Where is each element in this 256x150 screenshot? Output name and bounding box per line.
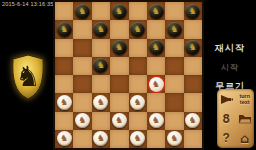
board-square[interactable]: ♞ bbox=[147, 2, 165, 20]
board-square[interactable] bbox=[147, 93, 165, 111]
board-square[interactable]: ♞ bbox=[184, 2, 202, 20]
checker-white[interactable]: ♞ bbox=[130, 131, 145, 146]
checker-white[interactable]: ♞ bbox=[130, 95, 145, 110]
board-square[interactable]: ♞ bbox=[129, 93, 147, 111]
board-square[interactable] bbox=[73, 75, 91, 93]
board-square[interactable] bbox=[73, 130, 91, 148]
board-square[interactable] bbox=[147, 130, 165, 148]
checker-white[interactable]: ♞ bbox=[57, 131, 72, 146]
board-square[interactable]: ♞ bbox=[110, 112, 128, 130]
board-square[interactable]: ♞ bbox=[147, 39, 165, 57]
checker-black[interactable]: ♞ bbox=[149, 40, 164, 55]
board-square[interactable]: ♞ bbox=[184, 39, 202, 57]
board-square[interactable]: ♞ bbox=[110, 39, 128, 57]
toolbar-panel: turn text 8 ? ⌂ bbox=[217, 89, 254, 148]
checker-white[interactable]: ♞ bbox=[57, 95, 72, 110]
board-square[interactable] bbox=[110, 75, 128, 93]
board-square[interactable] bbox=[55, 112, 73, 130]
board-square[interactable]: ♞ bbox=[55, 130, 73, 148]
board-square[interactable] bbox=[129, 2, 147, 20]
menu-restart[interactable]: 재시작 bbox=[215, 42, 245, 55]
checker-white[interactable]: ♞ bbox=[93, 131, 108, 146]
board-square[interactable] bbox=[73, 57, 91, 75]
board-square[interactable]: ♞ bbox=[92, 20, 110, 38]
board-square[interactable] bbox=[110, 20, 128, 38]
speaker-icon bbox=[220, 93, 233, 105]
board-square[interactable] bbox=[147, 57, 165, 75]
board-square[interactable] bbox=[184, 75, 202, 93]
board-square[interactable]: ♞ bbox=[184, 112, 202, 130]
load-button[interactable] bbox=[236, 109, 255, 129]
checker-black[interactable]: ♞ bbox=[93, 58, 108, 73]
board-square[interactable]: ♞ bbox=[73, 112, 91, 130]
board-square[interactable] bbox=[73, 93, 91, 111]
menu-start[interactable]: 시작 bbox=[221, 62, 239, 73]
rampant-lion-icon: ♞ bbox=[15, 60, 40, 93]
lion-crest-shield: ♞ bbox=[10, 53, 46, 101]
board-square[interactable] bbox=[55, 39, 73, 57]
board-square[interactable] bbox=[73, 39, 91, 57]
board-square[interactable]: ♞ bbox=[110, 2, 128, 20]
board-square[interactable] bbox=[129, 57, 147, 75]
board-square[interactable] bbox=[184, 130, 202, 148]
board-square[interactable] bbox=[165, 57, 183, 75]
board-square[interactable] bbox=[55, 75, 73, 93]
checker-white[interactable]: ♞ bbox=[93, 95, 108, 110]
board-square[interactable] bbox=[92, 39, 110, 57]
checker-black[interactable]: ♞ bbox=[130, 22, 145, 37]
board-square[interactable] bbox=[55, 57, 73, 75]
board-square[interactable] bbox=[92, 75, 110, 93]
shield-icon: ♞ bbox=[10, 53, 46, 101]
checker-black[interactable]: ♞ bbox=[185, 4, 200, 19]
question-mark-icon: ? bbox=[223, 131, 230, 145]
checker-black[interactable]: ♞ bbox=[167, 22, 182, 37]
checker-black[interactable]: ♞ bbox=[112, 4, 127, 19]
turn-text-label-line2: text bbox=[240, 99, 250, 105]
board-square[interactable] bbox=[184, 93, 202, 111]
board-square[interactable]: ♞ bbox=[147, 112, 165, 130]
board-square[interactable] bbox=[110, 130, 128, 148]
sound-button[interactable] bbox=[217, 89, 236, 109]
board-square[interactable] bbox=[165, 2, 183, 20]
board-square[interactable]: ♞ bbox=[92, 57, 110, 75]
checker-white[interactable]: ♞ bbox=[149, 113, 164, 128]
board-square[interactable]: ♞ bbox=[129, 130, 147, 148]
folder-icon bbox=[238, 113, 252, 124]
timestamp: 2015-6-14 13:16:35 bbox=[2, 1, 54, 7]
side-menu: 재시작 시작 무르기 bbox=[205, 42, 255, 93]
checker-white[interactable]: ♞ bbox=[149, 77, 164, 92]
board-square[interactable] bbox=[92, 112, 110, 130]
checkers-board: ♞♞♞♞♞♞♞♞♞♞♞♞♞♞♞♞♞♞♞♞♞♞♞♞ bbox=[53, 0, 204, 150]
board-square[interactable]: ♞ bbox=[129, 20, 147, 38]
board-square[interactable] bbox=[165, 39, 183, 57]
checker-black[interactable]: ♞ bbox=[57, 22, 72, 37]
home-icon: ⌂ bbox=[240, 131, 249, 146]
board-square[interactable] bbox=[129, 39, 147, 57]
board-square[interactable]: ♞ bbox=[73, 2, 91, 20]
checker-black[interactable]: ♞ bbox=[112, 40, 127, 55]
digital-eight-icon: 8 bbox=[222, 111, 230, 126]
board-square[interactable]: ♞ bbox=[55, 93, 73, 111]
board-square[interactable] bbox=[184, 20, 202, 38]
board-square[interactable]: ♞ bbox=[55, 20, 73, 38]
board-square[interactable]: ♞ bbox=[92, 93, 110, 111]
board-square[interactable]: ♞ bbox=[165, 20, 183, 38]
board-square[interactable] bbox=[147, 20, 165, 38]
game-screen: 2015-6-14 13:16:35 ♞ ♞♞♞♞♞♞♞♞♞♞♞♞♞♞♞♞♞♞♞… bbox=[0, 0, 256, 150]
checker-black[interactable]: ♞ bbox=[149, 4, 164, 19]
board-square[interactable] bbox=[184, 57, 202, 75]
board-square[interactable] bbox=[110, 57, 128, 75]
checker-white[interactable]: ♞ bbox=[75, 113, 90, 128]
board-square[interactable] bbox=[110, 93, 128, 111]
checker-white[interactable]: ♞ bbox=[167, 131, 182, 146]
checker-white[interactable]: ♞ bbox=[185, 113, 200, 128]
board-square[interactable]: ♞ bbox=[147, 75, 165, 93]
checker-white[interactable]: ♞ bbox=[112, 113, 127, 128]
board-square[interactable] bbox=[55, 2, 73, 20]
help-button[interactable]: ? bbox=[217, 128, 236, 148]
board-square[interactable] bbox=[165, 93, 183, 111]
clock-digit-button[interactable]: 8 bbox=[217, 109, 236, 129]
home-button[interactable]: ⌂ bbox=[236, 128, 255, 148]
checker-black[interactable]: ♞ bbox=[185, 40, 200, 55]
board-square[interactable] bbox=[165, 112, 183, 130]
board-square[interactable]: ♞ bbox=[92, 130, 110, 148]
board-square[interactable] bbox=[165, 75, 183, 93]
board-square[interactable] bbox=[129, 75, 147, 93]
checker-black[interactable]: ♞ bbox=[93, 22, 108, 37]
board-square[interactable] bbox=[129, 112, 147, 130]
checker-black[interactable]: ♞ bbox=[75, 4, 90, 19]
board-square[interactable]: ♞ bbox=[165, 130, 183, 148]
turn-text-button[interactable]: turn text bbox=[236, 89, 255, 109]
board-square[interactable] bbox=[73, 20, 91, 38]
board-square[interactable] bbox=[92, 2, 110, 20]
